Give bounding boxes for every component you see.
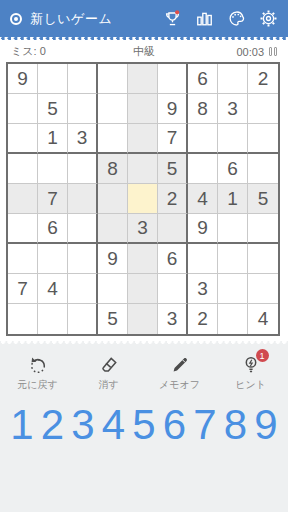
sudoku-cell-r6c2[interactable]: 6 bbox=[38, 214, 68, 244]
sudoku-cell-r9c2[interactable] bbox=[38, 304, 68, 334]
status-bar: ミス: 0 中級 00:03 bbox=[0, 42, 288, 61]
numpad: 123456789 bbox=[0, 392, 288, 446]
difficulty-label: 中級 bbox=[100, 44, 189, 59]
sudoku-cell-r3c5[interactable] bbox=[128, 124, 158, 154]
erase-button[interactable]: 消す bbox=[78, 354, 140, 392]
sudoku-cell-r4c2[interactable] bbox=[38, 154, 68, 184]
sudoku-cell-r5c7[interactable]: 4 bbox=[188, 184, 218, 214]
undo-label: 元に戻す bbox=[17, 378, 57, 392]
gear-icon bbox=[259, 9, 278, 28]
sudoku-cell-r1c5[interactable] bbox=[128, 64, 158, 94]
numpad-digit-2[interactable]: 2 bbox=[39, 404, 67, 446]
sudoku-cell-r4c6[interactable]: 5 bbox=[158, 154, 188, 184]
sudoku-cell-r3c8[interactable] bbox=[218, 124, 248, 154]
sudoku-cell-r7c7[interactable] bbox=[188, 244, 218, 274]
sudoku-cell-r6c6[interactable] bbox=[158, 214, 188, 244]
sudoku-cell-r3c7[interactable] bbox=[188, 124, 218, 154]
sudoku-cell-r2c4[interactable] bbox=[98, 94, 128, 124]
sudoku-cell-r9c1[interactable] bbox=[8, 304, 38, 334]
sudoku-cell-r2c3[interactable] bbox=[68, 94, 98, 124]
page-title: 新しいゲーム bbox=[30, 10, 112, 28]
sudoku-cell-r5c5[interactable] bbox=[128, 184, 158, 214]
sudoku-cell-r4c7[interactable] bbox=[188, 154, 218, 184]
numpad-digit-4[interactable]: 4 bbox=[100, 404, 128, 446]
sudoku-cell-r7c1[interactable] bbox=[8, 244, 38, 274]
sudoku-cell-r8c4[interactable] bbox=[98, 274, 128, 304]
sudoku-app: 新しいゲーム bbox=[0, 0, 288, 512]
sudoku-cell-r6c3[interactable] bbox=[68, 214, 98, 244]
pause-icon bbox=[269, 47, 272, 56]
theme-button[interactable] bbox=[227, 9, 246, 28]
sudoku-cell-r9c4[interactable]: 5 bbox=[98, 304, 128, 334]
sudoku-cell-r3c4[interactable] bbox=[98, 124, 128, 154]
numpad-digit-8[interactable]: 8 bbox=[222, 404, 250, 446]
sudoku-cell-r5c1[interactable] bbox=[8, 184, 38, 214]
bar-chart-icon bbox=[195, 9, 214, 28]
numpad-digit-7[interactable]: 7 bbox=[191, 404, 219, 446]
mistakes-counter: ミス: 0 bbox=[11, 44, 100, 59]
sudoku-cell-r2c9[interactable] bbox=[248, 94, 278, 124]
sudoku-cell-r9c6[interactable]: 3 bbox=[158, 304, 188, 334]
sudoku-cell-r1c2[interactable] bbox=[38, 64, 68, 94]
sudoku-cell-r3c1[interactable] bbox=[8, 124, 38, 154]
sudoku-cell-r6c1[interactable] bbox=[8, 214, 38, 244]
sudoku-cell-r2c8[interactable]: 3 bbox=[218, 94, 248, 124]
sudoku-cell-r8c9[interactable] bbox=[248, 274, 278, 304]
numpad-digit-5[interactable]: 5 bbox=[130, 404, 158, 446]
sudoku-cell-r7c5[interactable] bbox=[128, 244, 158, 274]
sudoku-cell-r4c9[interactable] bbox=[248, 154, 278, 184]
sudoku-cell-r5c2[interactable]: 7 bbox=[38, 184, 68, 214]
hint-button[interactable]: 1 ヒント bbox=[220, 354, 282, 392]
sudoku-cell-r6c8[interactable] bbox=[218, 214, 248, 244]
sudoku-cell-r5c6[interactable]: 2 bbox=[158, 184, 188, 214]
sudoku-cell-r6c9[interactable] bbox=[248, 214, 278, 244]
sudoku-cell-r1c8[interactable] bbox=[218, 64, 248, 94]
sudoku-cell-r7c9[interactable] bbox=[248, 244, 278, 274]
sudoku-cell-r2c1[interactable] bbox=[8, 94, 38, 124]
toolbar: 元に戻す 消す メモオフ bbox=[0, 347, 288, 392]
sudoku-cell-r8c5[interactable] bbox=[128, 274, 158, 304]
numpad-digit-9[interactable]: 9 bbox=[252, 404, 280, 446]
sudoku-cell-r4c1[interactable] bbox=[8, 154, 38, 184]
undo-icon bbox=[27, 354, 49, 376]
footer: 元に戻す 消す メモオフ bbox=[0, 347, 288, 512]
sudoku-cell-r8c2[interactable]: 4 bbox=[38, 274, 68, 304]
sudoku-cell-r3c3[interactable]: 3 bbox=[68, 124, 98, 154]
sudoku-cell-r7c6[interactable]: 6 bbox=[158, 244, 188, 274]
sudoku-cell-r5c4[interactable] bbox=[98, 184, 128, 214]
numpad-digit-6[interactable]: 6 bbox=[161, 404, 189, 446]
pause-button[interactable] bbox=[269, 47, 277, 56]
sudoku-cell-r9c5[interactable] bbox=[128, 304, 158, 334]
sudoku-board: 962598313785672415639967435324 bbox=[6, 62, 280, 336]
sudoku-cell-r8c8[interactable] bbox=[218, 274, 248, 304]
sudoku-cell-r6c7[interactable]: 9 bbox=[188, 214, 218, 244]
palette-icon bbox=[227, 9, 246, 28]
sudoku-cell-r8c1[interactable]: 7 bbox=[8, 274, 38, 304]
new-game-button[interactable]: 新しいゲーム bbox=[10, 10, 112, 28]
sudoku-cell-r6c5[interactable]: 3 bbox=[128, 214, 158, 244]
memo-label: メモオフ bbox=[159, 378, 200, 392]
sudoku-cell-r2c2[interactable]: 5 bbox=[38, 94, 68, 124]
sudoku-cell-r8c7[interactable]: 3 bbox=[188, 274, 218, 304]
sudoku-cell-r7c4[interactable]: 9 bbox=[98, 244, 128, 274]
sudoku-cell-r2c6[interactable]: 9 bbox=[158, 94, 188, 124]
sudoku-cell-r3c6[interactable]: 7 bbox=[158, 124, 188, 154]
sudoku-cell-r7c3[interactable] bbox=[68, 244, 98, 274]
erase-label: 消す bbox=[98, 378, 118, 392]
sudoku-cell-r4c8[interactable]: 6 bbox=[218, 154, 248, 184]
statistics-button[interactable] bbox=[195, 9, 214, 28]
trophy-button[interactable] bbox=[163, 9, 182, 28]
sudoku-cell-r3c2[interactable]: 1 bbox=[38, 124, 68, 154]
sudoku-cell-r4c4[interactable]: 8 bbox=[98, 154, 128, 184]
trophy-icon bbox=[163, 9, 182, 28]
sudoku-cell-r6c4[interactable] bbox=[98, 214, 128, 244]
eraser-icon bbox=[98, 354, 120, 376]
sudoku-cell-r1c4[interactable] bbox=[98, 64, 128, 94]
sudoku-cell-r1c3[interactable] bbox=[68, 64, 98, 94]
numpad-digit-1[interactable]: 1 bbox=[8, 404, 36, 446]
sudoku-cell-r1c7[interactable]: 6 bbox=[188, 64, 218, 94]
sudoku-cell-r1c1[interactable]: 9 bbox=[8, 64, 38, 94]
board-area: 962598313785672415639967435324 bbox=[0, 61, 288, 341]
sudoku-cell-r9c9[interactable]: 4 bbox=[248, 304, 278, 334]
sudoku-cell-r4c5[interactable] bbox=[128, 154, 158, 184]
pencil-icon bbox=[169, 354, 191, 376]
memo-toggle-button[interactable]: メモオフ bbox=[149, 354, 211, 392]
timer: 00:03 bbox=[236, 46, 264, 58]
sudoku-cell-r7c8[interactable] bbox=[218, 244, 248, 274]
sudoku-cell-r1c9[interactable]: 2 bbox=[248, 64, 278, 94]
sudoku-cell-r5c9[interactable]: 5 bbox=[248, 184, 278, 214]
settings-button[interactable] bbox=[259, 9, 278, 28]
sudoku-cell-r5c3[interactable] bbox=[68, 184, 98, 214]
sudoku-cell-r2c7[interactable]: 8 bbox=[188, 94, 218, 124]
sudoku-cell-r9c3[interactable] bbox=[68, 304, 98, 334]
hint-badge: 1 bbox=[256, 349, 269, 362]
sudoku-cell-r9c8[interactable] bbox=[218, 304, 248, 334]
hint-label: ヒント bbox=[235, 378, 266, 392]
record-icon bbox=[10, 13, 22, 25]
sudoku-cell-r7c2[interactable] bbox=[38, 244, 68, 274]
sudoku-cell-r8c6[interactable] bbox=[158, 274, 188, 304]
sudoku-cell-r1c6[interactable] bbox=[158, 64, 188, 94]
sudoku-cell-r5c8[interactable]: 1 bbox=[218, 184, 248, 214]
header-bar: 新しいゲーム bbox=[0, 0, 288, 37]
sudoku-cell-r3c9[interactable] bbox=[248, 124, 278, 154]
sudoku-cell-r9c7[interactable]: 2 bbox=[188, 304, 218, 334]
sudoku-cell-r4c3[interactable] bbox=[68, 154, 98, 184]
sudoku-cell-r8c3[interactable] bbox=[68, 274, 98, 304]
numpad-digit-3[interactable]: 3 bbox=[69, 404, 97, 446]
undo-button[interactable]: 元に戻す bbox=[7, 354, 69, 392]
sudoku-cell-r2c5[interactable] bbox=[128, 94, 158, 124]
